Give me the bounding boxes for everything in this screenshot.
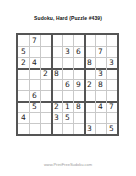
footer-url: www.PrintFreeSudoku.com: [0, 162, 136, 167]
sudoku-cell-r9c9: 5: [106, 123, 117, 134]
board-wrapper: 7536724832836928652184743535: [16, 33, 119, 136]
sudoku-grid: 7536724832836928652184743535: [16, 33, 119, 136]
page-title: Sudoku, Hard (Puzzle #439): [0, 15, 136, 21]
sudoku-sheet: { "game": "sudoku", "title": "Sudoku, Ha…: [0, 0, 136, 176]
